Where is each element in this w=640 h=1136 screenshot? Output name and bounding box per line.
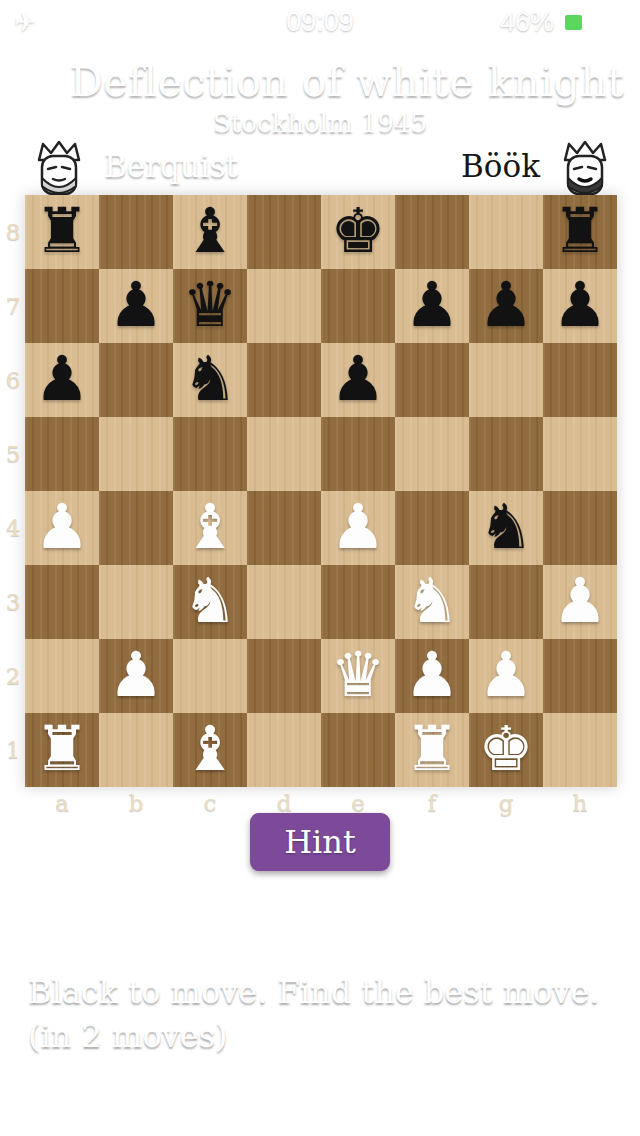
square-d7[interactable] bbox=[247, 269, 321, 343]
white-pawn-g2[interactable]: ♟ bbox=[469, 639, 543, 713]
rank-label-6: 6 bbox=[5, 367, 21, 393]
square-e2[interactable]: ♛ bbox=[321, 639, 395, 713]
square-g2[interactable]: ♟ bbox=[469, 639, 543, 713]
black-pawn-b7[interactable]: ♟ bbox=[99, 269, 173, 343]
white-pawn-e4[interactable]: ♟ bbox=[321, 491, 395, 565]
white-king-g1[interactable]: ♚ bbox=[469, 713, 543, 787]
square-d4[interactable] bbox=[247, 491, 321, 565]
square-c5[interactable] bbox=[173, 417, 247, 491]
square-d2[interactable] bbox=[247, 639, 321, 713]
square-a6[interactable]: ♟ bbox=[25, 343, 99, 417]
square-g8[interactable] bbox=[469, 195, 543, 269]
square-e6[interactable]: ♟ bbox=[321, 343, 395, 417]
instruction-line1: Black to move. Find the best move. bbox=[28, 970, 620, 1014]
square-b7[interactable]: ♟ bbox=[99, 269, 173, 343]
square-e4[interactable]: ♟ bbox=[321, 491, 395, 565]
square-d6[interactable] bbox=[247, 343, 321, 417]
square-a4[interactable]: ♟ bbox=[25, 491, 99, 565]
square-b1[interactable] bbox=[99, 713, 173, 787]
black-pawn-h7[interactable]: ♟ bbox=[543, 269, 617, 343]
square-c3[interactable]: ♞ bbox=[173, 565, 247, 639]
square-a3[interactable] bbox=[25, 565, 99, 639]
square-e1[interactable] bbox=[321, 713, 395, 787]
square-h5[interactable] bbox=[543, 417, 617, 491]
square-b2[interactable]: ♟ bbox=[99, 639, 173, 713]
square-c6[interactable]: ♞ bbox=[173, 343, 247, 417]
square-d5[interactable] bbox=[247, 417, 321, 491]
square-g6[interactable] bbox=[469, 343, 543, 417]
square-f4[interactable] bbox=[395, 491, 469, 565]
square-d1[interactable] bbox=[247, 713, 321, 787]
square-a1[interactable]: ♜ bbox=[25, 713, 99, 787]
square-h7[interactable]: ♟ bbox=[543, 269, 617, 343]
white-pawn-h3[interactable]: ♟ bbox=[543, 565, 617, 639]
black-pawn-e6[interactable]: ♟ bbox=[321, 343, 395, 417]
white-rook-f1[interactable]: ♜ bbox=[395, 713, 469, 787]
black-knight-g4[interactable]: ♞ bbox=[469, 491, 543, 565]
square-c2[interactable] bbox=[173, 639, 247, 713]
white-knight-c3[interactable]: ♞ bbox=[173, 565, 247, 639]
square-b8[interactable] bbox=[99, 195, 173, 269]
black-player-name: Böök bbox=[461, 148, 540, 184]
square-g4[interactable]: ♞ bbox=[469, 491, 543, 565]
status-bar: ✈ 09:09 46% bbox=[0, 0, 640, 44]
white-pawn-a4[interactable]: ♟ bbox=[25, 491, 99, 565]
page-subtitle: Stockholm 1945 bbox=[0, 108, 640, 138]
square-d3[interactable] bbox=[247, 565, 321, 639]
square-h2[interactable] bbox=[543, 639, 617, 713]
rank-label-4: 4 bbox=[5, 515, 21, 541]
white-queen-e2[interactable]: ♛ bbox=[321, 639, 395, 713]
square-c4[interactable]: ♝ bbox=[173, 491, 247, 565]
black-queen-c7[interactable]: ♛ bbox=[173, 269, 247, 343]
page-title: Deflection of white knight bbox=[70, 58, 600, 106]
square-e5[interactable] bbox=[321, 417, 395, 491]
square-a7[interactable] bbox=[25, 269, 99, 343]
square-f3[interactable]: ♞ bbox=[395, 565, 469, 639]
square-f6[interactable] bbox=[395, 343, 469, 417]
square-h1[interactable] bbox=[543, 713, 617, 787]
white-knight-f3[interactable]: ♞ bbox=[395, 565, 469, 639]
square-b6[interactable] bbox=[99, 343, 173, 417]
file-label-a: a bbox=[25, 790, 99, 816]
square-a5[interactable] bbox=[25, 417, 99, 491]
square-h6[interactable] bbox=[543, 343, 617, 417]
rank-label-5: 5 bbox=[5, 441, 21, 467]
white-king-face-icon bbox=[30, 138, 88, 202]
white-bishop-c1[interactable]: ♝ bbox=[173, 713, 247, 787]
square-d8[interactable] bbox=[247, 195, 321, 269]
players-row: Berquist Böök bbox=[0, 138, 640, 196]
square-c7[interactable]: ♛ bbox=[173, 269, 247, 343]
instruction-line2: (in 2 moves) bbox=[28, 1014, 620, 1058]
square-h4[interactable] bbox=[543, 491, 617, 565]
white-pawn-b2[interactable]: ♟ bbox=[99, 639, 173, 713]
square-g1[interactable]: ♚ bbox=[469, 713, 543, 787]
square-g7[interactable]: ♟ bbox=[469, 269, 543, 343]
black-pawn-g7[interactable]: ♟ bbox=[469, 269, 543, 343]
file-label-c: c bbox=[173, 790, 247, 816]
hint-button[interactable]: Hint bbox=[250, 813, 390, 871]
square-b4[interactable] bbox=[99, 491, 173, 565]
square-c1[interactable]: ♝ bbox=[173, 713, 247, 787]
chess-board-area: ♜♝♚♜♟♛♟♟♟♟♞♟♟♝♟♞♞♞♟♟♛♟♟♜♝♜♚ 87654321 abc… bbox=[25, 195, 617, 787]
rank-label-1: 1 bbox=[5, 737, 21, 763]
white-player-name: Berquist bbox=[104, 148, 238, 184]
square-c8[interactable]: ♝ bbox=[173, 195, 247, 269]
puzzle-instruction: Black to move. Find the best move. (in 2… bbox=[28, 970, 620, 1058]
battery-icon bbox=[562, 12, 606, 33]
square-f7[interactable]: ♟ bbox=[395, 269, 469, 343]
white-pawn-f2[interactable]: ♟ bbox=[395, 639, 469, 713]
square-e8[interactable]: ♚ bbox=[321, 195, 395, 269]
black-rook-a8[interactable]: ♜ bbox=[25, 195, 99, 269]
file-label-b: b bbox=[99, 790, 173, 816]
rank-label-2: 2 bbox=[5, 663, 21, 689]
square-h8[interactable]: ♜ bbox=[543, 195, 617, 269]
file-label-h: h bbox=[543, 790, 617, 816]
white-bishop-c4[interactable]: ♝ bbox=[173, 491, 247, 565]
black-knight-c6[interactable]: ♞ bbox=[173, 343, 247, 417]
square-g3[interactable] bbox=[469, 565, 543, 639]
square-f5[interactable] bbox=[395, 417, 469, 491]
black-rook-h8[interactable]: ♜ bbox=[543, 195, 617, 269]
black-pawn-f7[interactable]: ♟ bbox=[395, 269, 469, 343]
chess-board: ♜♝♚♜♟♛♟♟♟♟♞♟♟♝♟♞♞♞♟♟♛♟♟♜♝♜♚ bbox=[25, 195, 617, 787]
square-e7[interactable] bbox=[321, 269, 395, 343]
square-f1[interactable]: ♜ bbox=[395, 713, 469, 787]
square-e3[interactable] bbox=[321, 565, 395, 639]
square-g5[interactable] bbox=[469, 417, 543, 491]
charging-bolt-icon bbox=[614, 12, 628, 34]
rank-label-8: 8 bbox=[5, 219, 21, 245]
file-label-g: g bbox=[469, 790, 543, 816]
rank-label-7: 7 bbox=[5, 293, 21, 319]
square-b5[interactable] bbox=[99, 417, 173, 491]
battery-percent: 46% bbox=[500, 7, 554, 38]
white-rook-a1[interactable]: ♜ bbox=[25, 713, 99, 787]
black-bishop-c8[interactable]: ♝ bbox=[173, 195, 247, 269]
square-a2[interactable] bbox=[25, 639, 99, 713]
square-f2[interactable]: ♟ bbox=[395, 639, 469, 713]
back-button[interactable] bbox=[22, 62, 58, 102]
black-king-face-icon bbox=[556, 138, 614, 202]
rank-label-3: 3 bbox=[5, 589, 21, 615]
black-pawn-a6[interactable]: ♟ bbox=[25, 343, 99, 417]
black-king-e8[interactable]: ♚ bbox=[321, 195, 395, 269]
file-label-f: f bbox=[395, 790, 469, 816]
square-b3[interactable] bbox=[99, 565, 173, 639]
square-f8[interactable] bbox=[395, 195, 469, 269]
square-h3[interactable]: ♟ bbox=[543, 565, 617, 639]
square-a8[interactable]: ♜ bbox=[25, 195, 99, 269]
